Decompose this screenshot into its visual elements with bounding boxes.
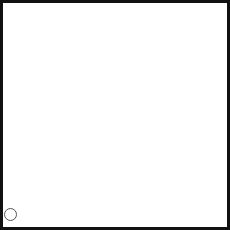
white-to-move-indicator xyxy=(4,208,17,221)
file-labels xyxy=(13,213,225,227)
rank-labels xyxy=(3,3,13,213)
chess-diagram xyxy=(0,0,230,230)
board xyxy=(13,3,225,213)
